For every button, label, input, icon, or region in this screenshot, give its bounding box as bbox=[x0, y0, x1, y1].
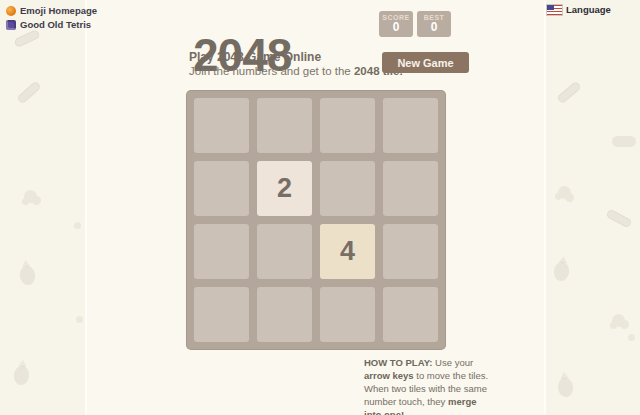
how-to-play-text: Use your bbox=[432, 357, 473, 368]
empty-cell bbox=[257, 287, 312, 342]
new-game-button[interactable]: New Game bbox=[382, 52, 469, 73]
empty-cell bbox=[194, 98, 249, 153]
watermark-dot-icon bbox=[76, 316, 83, 323]
game-board[interactable]: 24 bbox=[186, 90, 446, 350]
watermark-dot-icon bbox=[74, 222, 81, 229]
nav-link-emoji-homepage[interactable]: Emoji Homepage bbox=[6, 4, 97, 17]
emoji-orange-icon bbox=[6, 6, 16, 16]
empty-cell bbox=[194, 287, 249, 342]
subtitle-text: Join the numbers and get to the bbox=[189, 65, 354, 77]
left-margin bbox=[0, 0, 87, 415]
watermark-cloud-icon bbox=[612, 136, 636, 147]
empty-cell bbox=[320, 287, 375, 342]
watermark-grape-icon bbox=[612, 314, 625, 327]
tile-2: 2 bbox=[257, 161, 312, 216]
page: Emoji Homepage Good Old Tetris Language … bbox=[0, 0, 640, 415]
nav-link-good-old-tetris[interactable]: Good Old Tetris bbox=[6, 18, 97, 31]
empty-cell bbox=[194, 224, 249, 279]
tile-4: 4 bbox=[320, 224, 375, 279]
empty-cell bbox=[257, 224, 312, 279]
nav-link-label: Good Old Tetris bbox=[20, 19, 91, 30]
top-left-nav: Emoji Homepage Good Old Tetris bbox=[6, 4, 97, 32]
best-value: 0 bbox=[417, 21, 451, 34]
how-to-play: HOW TO PLAY: Use your arrow keys to move… bbox=[364, 356, 491, 415]
best-box: BEST 0 bbox=[417, 11, 451, 37]
empty-cell bbox=[383, 287, 438, 342]
score-value: 0 bbox=[379, 21, 413, 34]
empty-cell bbox=[383, 224, 438, 279]
watermark-dot-icon bbox=[628, 334, 635, 341]
empty-cell bbox=[257, 98, 312, 153]
tetris-purple-icon bbox=[6, 20, 16, 30]
how-to-play-bold: arrow keys bbox=[364, 370, 414, 381]
score-box: SCORE 0 bbox=[379, 11, 413, 37]
subtitle: Join the numbers and get to the 2048 til… bbox=[189, 65, 403, 77]
empty-cell bbox=[383, 161, 438, 216]
how-to-play-heading: HOW TO PLAY: bbox=[364, 357, 432, 368]
language-selector[interactable]: Language bbox=[547, 4, 611, 15]
empty-cell bbox=[194, 161, 249, 216]
language-label: Language bbox=[566, 4, 611, 15]
watermark-grape-icon bbox=[24, 190, 37, 203]
empty-cell bbox=[383, 98, 438, 153]
empty-cell bbox=[320, 161, 375, 216]
tagline: Play 2048 Game Online bbox=[189, 50, 321, 64]
us-flag-icon bbox=[547, 5, 562, 15]
empty-cell bbox=[320, 98, 375, 153]
nav-link-label: Emoji Homepage bbox=[20, 5, 97, 16]
right-margin bbox=[544, 0, 640, 415]
